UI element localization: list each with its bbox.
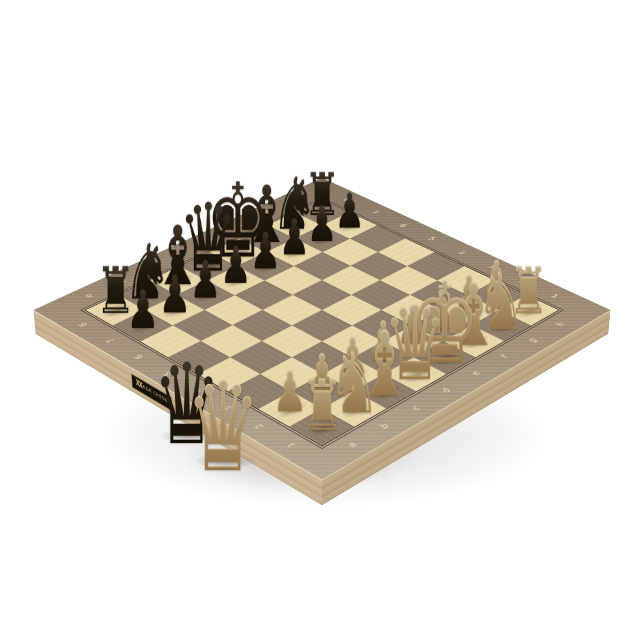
coord-file-h-near: h [554,321,566,327]
coord-rank-6-left: 6 [133,353,145,359]
coord-file-c-near: c [410,405,422,412]
coord-file-b-near: b [378,423,391,430]
square-a7[interactable]: ♟ [113,310,173,341]
coord-rank-1-right: 1 [549,293,560,299]
coord-file-f-near: f [500,354,510,359]
coord-rank-5-left: 5 [162,370,174,377]
coord-file-a-far: a [84,293,95,299]
coord-file-d-near: d [440,387,452,394]
coord-rank-1-left: 1 [285,441,298,448]
coord-file-g-near: g [527,337,539,343]
coord-rank-2-left: 2 [253,423,266,430]
black-pawn-h7[interactable]: ♟ [334,187,364,235]
chess-set-product-photo: XX A&A CHESS aa88bb77cc66dd55ee44ff33gg2… [0,0,640,640]
coord-rank-4-left: 4 [191,387,203,394]
coord-file-a-near: a [346,441,359,448]
coord-rank-3-left: 3 [222,405,235,412]
coord-file-e-near: e [470,370,482,377]
coord-rank-7-left: 7 [105,337,117,343]
brand-monogram-logo: XX [136,379,142,389]
coord-rank-4-right: 4 [456,250,467,255]
coord-rank-8-left: 8 [78,321,90,327]
coord-rank-5-right: 5 [426,236,437,241]
coord-rank-7-right: 7 [369,210,380,215]
coord-rank-6-right: 6 [398,223,409,228]
